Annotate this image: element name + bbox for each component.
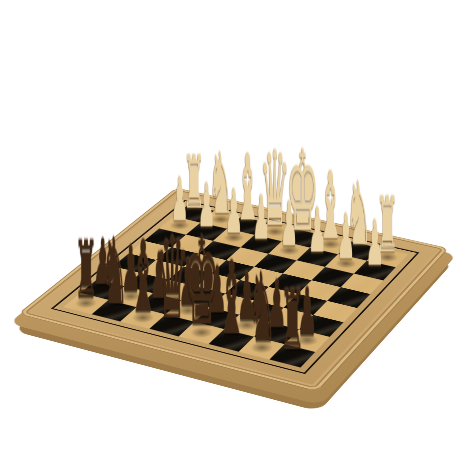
piece-black-bishop: ♝	[216, 248, 246, 349]
piece-white-pawn: ♟	[366, 213, 385, 275]
piece-black-king: ♚	[184, 222, 220, 343]
piece-white-pawn: ♟	[280, 194, 298, 255]
piece-black-bishop: ♝	[128, 227, 158, 326]
piece-black-knight: ♞	[101, 225, 129, 318]
chess-board: ♜♞♝♛♚♝♞♜♟♟♟♟♟♟♟♟♟♟♟♟♟♟♟♟♜♞♝♛♚♝♞♜	[18, 188, 449, 392]
piece-white-pawn: ♟	[308, 201, 326, 263]
piece-white-pawn: ♟	[225, 182, 243, 243]
piece-black-rook: ♜	[280, 279, 305, 362]
piece-black-rook: ♜	[74, 231, 98, 310]
piece-black-knight: ♞	[247, 260, 276, 356]
product-photo-scene: ♜♞♝♛♚♝♞♜♟♟♟♟♟♟♟♟♟♟♟♟♟♟♟♟♜♞♝♛♚♝♞♜	[0, 0, 460, 460]
piece-white-pawn: ♟	[252, 188, 270, 249]
piece-white-pawn: ♟	[337, 207, 356, 269]
